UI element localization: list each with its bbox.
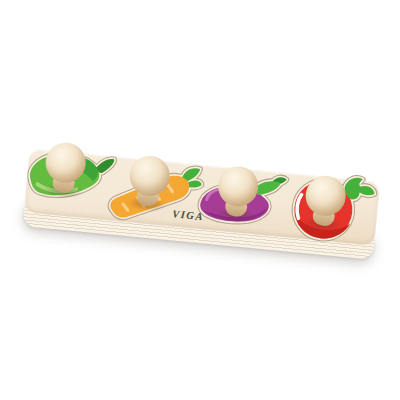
wooden-ball-knob-icon	[216, 165, 260, 209]
carrot-knob[interactable]	[124, 154, 173, 216]
puzzle-board: VIGA	[22, 148, 380, 261]
tomato-knob[interactable]	[300, 174, 349, 236]
wooden-ball-knob-icon	[128, 154, 172, 198]
green-pepper-knob[interactable]	[40, 141, 89, 203]
wooden-ball-knob-icon	[304, 174, 348, 218]
wooden-ball-knob-icon	[44, 141, 88, 185]
eggplant-knob[interactable]	[213, 164, 262, 226]
product-photo-vegetable-knob-puzzle: VIGA	[0, 0, 400, 400]
